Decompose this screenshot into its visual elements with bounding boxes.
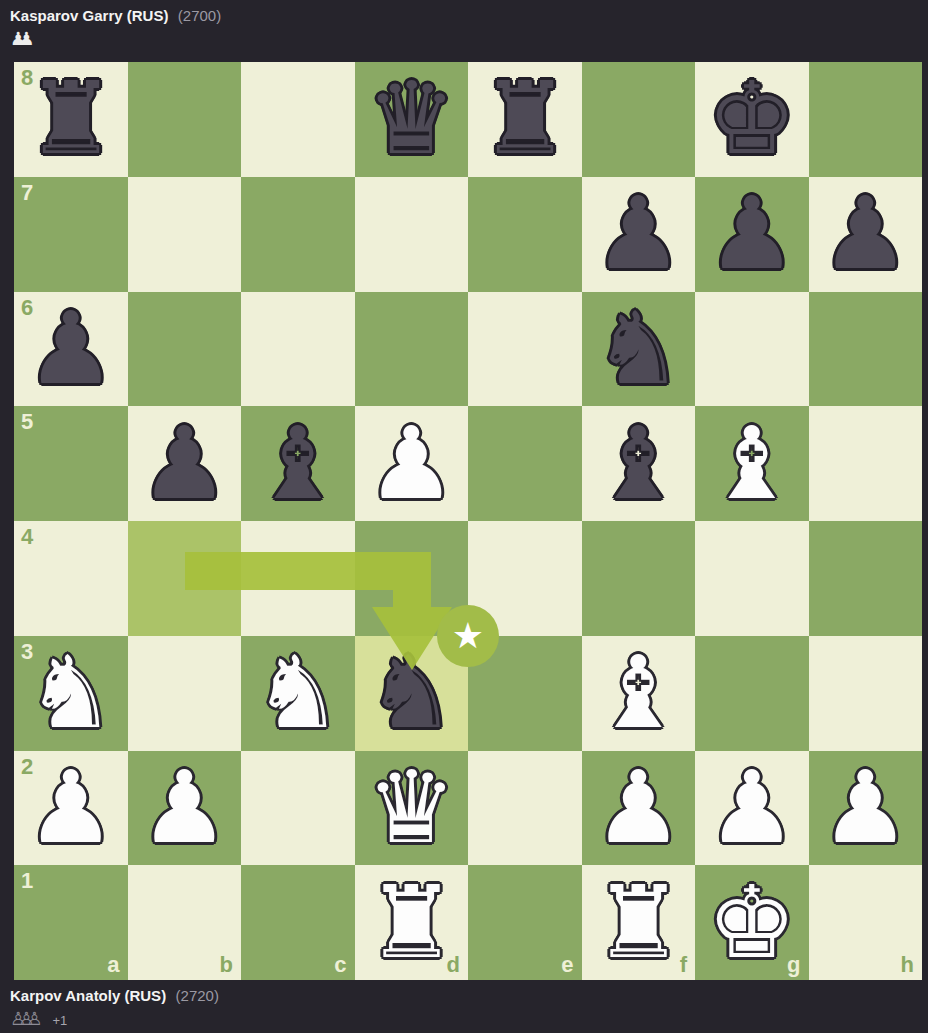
top-player-rating: (2700) <box>178 7 221 24</box>
last-move-from-highlight <box>128 521 242 636</box>
bottom-player-name: Karpov Anatoly (RUS) <box>10 987 166 1004</box>
square-d1[interactable]: d♜ <box>355 865 469 980</box>
rank-label-7: 7 <box>21 180 33 206</box>
square-c3[interactable]: ♞ <box>241 636 355 751</box>
file-label-g: g <box>787 952 800 978</box>
square-d8[interactable]: ♛ <box>355 62 469 177</box>
piece-black-pawn-h7[interactable]: ♟ <box>809 177 923 292</box>
bottom-material-advantage: +1 <box>52 1013 67 1028</box>
captured-pawns-icon: ♙♙♙ <box>10 1008 42 1030</box>
square-a5[interactable]: 5 <box>14 406 128 521</box>
rank-label-4: 4 <box>21 524 33 550</box>
square-a8[interactable]: 8♜ <box>14 62 128 177</box>
file-label-f: f <box>680 952 687 978</box>
square-c7[interactable] <box>241 177 355 292</box>
square-b2[interactable]: ♟ <box>128 751 242 866</box>
square-d2[interactable]: ♛ <box>355 751 469 866</box>
square-a1[interactable]: 1a <box>14 865 128 980</box>
square-c6[interactable] <box>241 292 355 407</box>
square-a4[interactable]: 4 <box>14 521 128 636</box>
square-f8[interactable] <box>582 62 696 177</box>
square-d5[interactable]: ♟ <box>355 406 469 521</box>
piece-black-queen-d8[interactable]: ♛ <box>355 62 469 177</box>
square-c2[interactable] <box>241 751 355 866</box>
rank-label-3: 3 <box>21 639 33 665</box>
square-b6[interactable] <box>128 292 242 407</box>
square-h3[interactable] <box>809 636 923 751</box>
piece-black-bishop-f5[interactable]: ♝ <box>582 406 696 521</box>
square-c4[interactable] <box>241 521 355 636</box>
square-b8[interactable] <box>128 62 242 177</box>
square-f4[interactable] <box>582 521 696 636</box>
piece-white-bishop-g5[interactable]: ♝ <box>695 406 809 521</box>
square-f6[interactable]: ♞ <box>582 292 696 407</box>
square-c8[interactable] <box>241 62 355 177</box>
captured-pawns-icon: ♟♟ <box>10 28 34 50</box>
rank-label-8: 8 <box>21 65 33 91</box>
square-b5[interactable]: ♟ <box>128 406 242 521</box>
square-g7[interactable]: ♟ <box>695 177 809 292</box>
piece-white-pawn-g2[interactable]: ♟ <box>695 751 809 866</box>
square-h6[interactable] <box>809 292 923 407</box>
square-e7[interactable] <box>468 177 582 292</box>
square-c1[interactable]: c <box>241 865 355 980</box>
piece-black-pawn-g7[interactable]: ♟ <box>695 177 809 292</box>
piece-white-bishop-f3[interactable]: ♝ <box>582 636 696 751</box>
file-label-a: a <box>107 952 119 978</box>
piece-white-pawn-d5[interactable]: ♟ <box>355 406 469 521</box>
file-label-c: c <box>334 952 346 978</box>
square-b4[interactable] <box>128 521 242 636</box>
square-h2[interactable]: ♟ <box>809 751 923 866</box>
square-g1[interactable]: g♚ <box>695 865 809 980</box>
square-a7[interactable]: 7 <box>14 177 128 292</box>
top-player-name: Kasparov Garry (RUS) <box>10 7 168 24</box>
square-c5[interactable]: ♝ <box>241 406 355 521</box>
bottom-player-rating: (2720) <box>176 987 219 1004</box>
square-f3[interactable]: ♝ <box>582 636 696 751</box>
square-b7[interactable] <box>128 177 242 292</box>
top-player-bar: Kasparov Garry (RUS) (2700) ♟♟ <box>10 6 221 50</box>
piece-black-knight-f6[interactable]: ♞ <box>582 292 696 407</box>
rank-label-5: 5 <box>21 409 33 435</box>
piece-white-pawn-b2[interactable]: ♟ <box>128 751 242 866</box>
rank-label-6: 6 <box>21 295 33 321</box>
square-d7[interactable] <box>355 177 469 292</box>
star-badge: ★ <box>437 605 499 667</box>
rank-label-1: 1 <box>21 868 33 894</box>
square-f2[interactable]: ♟ <box>582 751 696 866</box>
square-a6[interactable]: 6♟ <box>14 292 128 407</box>
chess-board[interactable]: 8♜♛♜♚7♟♟♟6♟♞5♟♝♟♝♝43♞♞♞♝2♟♟♛♟♟♟1abcd♜ef♜… <box>14 62 922 980</box>
square-d6[interactable] <box>355 292 469 407</box>
square-h7[interactable]: ♟ <box>809 177 923 292</box>
file-label-e: e <box>561 952 573 978</box>
square-g8[interactable]: ♚ <box>695 62 809 177</box>
square-h1[interactable]: h <box>809 865 923 980</box>
square-g5[interactable]: ♝ <box>695 406 809 521</box>
piece-white-rook-f1[interactable]: ♜ <box>582 865 696 980</box>
piece-white-queen-d2[interactable]: ♛ <box>355 751 469 866</box>
square-f5[interactable]: ♝ <box>582 406 696 521</box>
piece-white-knight-c3[interactable]: ♞ <box>241 636 355 751</box>
piece-black-bishop-c5[interactable]: ♝ <box>241 406 355 521</box>
piece-white-pawn-f2[interactable]: ♟ <box>582 751 696 866</box>
square-h4[interactable] <box>809 521 923 636</box>
piece-black-pawn-b5[interactable]: ♟ <box>128 406 242 521</box>
square-h8[interactable] <box>809 62 923 177</box>
square-e6[interactable] <box>468 292 582 407</box>
square-b1[interactable]: b <box>128 865 242 980</box>
square-g6[interactable] <box>695 292 809 407</box>
square-e8[interactable]: ♜ <box>468 62 582 177</box>
square-b3[interactable] <box>128 636 242 751</box>
square-a2[interactable]: 2♟ <box>14 751 128 866</box>
file-label-d: d <box>447 952 460 978</box>
piece-black-king-g8[interactable]: ♚ <box>695 62 809 177</box>
square-g3[interactable] <box>695 636 809 751</box>
square-g4[interactable] <box>695 521 809 636</box>
file-label-h: h <box>901 952 914 978</box>
square-f7[interactable]: ♟ <box>582 177 696 292</box>
square-h5[interactable] <box>809 406 923 521</box>
square-f1[interactable]: f♜ <box>582 865 696 980</box>
square-e5[interactable] <box>468 406 582 521</box>
rank-label-2: 2 <box>21 754 33 780</box>
star-icon: ★ <box>452 618 484 654</box>
piece-black-pawn-f7[interactable]: ♟ <box>582 177 696 292</box>
piece-white-pawn-h2[interactable]: ♟ <box>809 751 923 866</box>
bottom-player-bar: Karpov Anatoly (RUS) (2720) ♙♙♙+1 <box>10 986 219 1030</box>
square-a3[interactable]: 3♞ <box>14 636 128 751</box>
square-e1[interactable]: e <box>468 865 582 980</box>
square-e2[interactable] <box>468 751 582 866</box>
square-g2[interactable]: ♟ <box>695 751 809 866</box>
file-label-b: b <box>220 952 233 978</box>
piece-black-rook-e8[interactable]: ♜ <box>468 62 582 177</box>
